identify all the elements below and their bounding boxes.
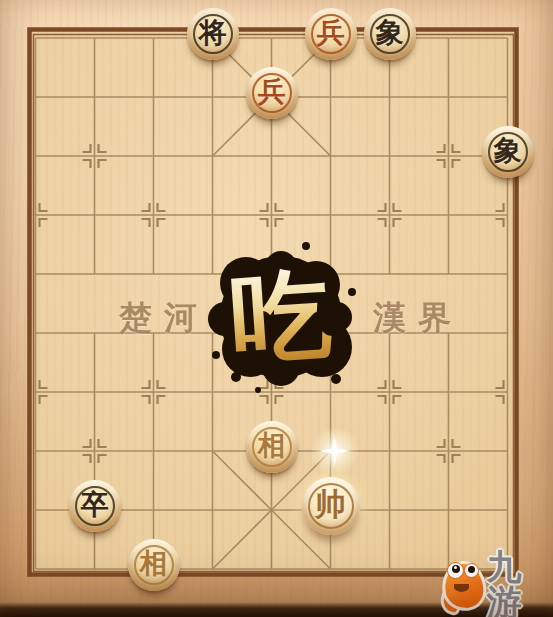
piece-character: 兵 <box>258 78 286 106</box>
piece-red-soldier[interactable]: 兵 <box>305 8 357 60</box>
watermark-text: 九游 <box>486 550 553 617</box>
jiuyou-mascot-icon <box>437 558 486 612</box>
piece-black-elephant[interactable]: 象 <box>364 8 416 60</box>
piece-red-soldier[interactable]: 兵 <box>246 67 298 119</box>
piece-red-elephant[interactable]: 相 <box>128 539 180 591</box>
mascot-left-eye <box>447 562 464 579</box>
piece-character: 兵 <box>317 19 345 47</box>
xiangqi-screenshot: 楚河 漢界 吃 将兵象兵象相帅卒相 <box>0 0 553 617</box>
piece-character: 相 <box>258 432 286 460</box>
piece-character: 相 <box>140 550 168 578</box>
piece-red-general[interactable]: 帅 <box>302 477 360 535</box>
piece-black-general[interactable]: 将 <box>187 8 239 60</box>
piece-character: 将 <box>199 19 227 47</box>
piece-character: 帅 <box>315 489 346 520</box>
piece-character: 卒 <box>81 491 109 519</box>
board-grid[interactable]: 将兵象兵象相帅卒相 <box>6 8 537 598</box>
jiuyou-watermark: 九游 <box>437 550 553 617</box>
piece-character: 象 <box>376 19 404 47</box>
piece-black-soldier[interactable]: 卒 <box>69 480 121 532</box>
mascot-right-eye <box>464 563 479 578</box>
piece-character: 象 <box>494 137 522 165</box>
piece-black-elephant[interactable]: 象 <box>482 126 534 178</box>
piece-red-elephant[interactable]: 相 <box>246 421 298 473</box>
